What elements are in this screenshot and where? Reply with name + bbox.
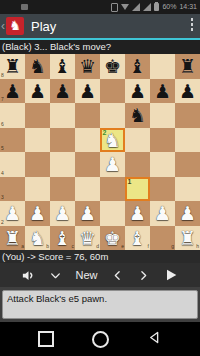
recents-square-icon[interactable] xyxy=(38,331,54,347)
rank-label: 5 xyxy=(1,145,4,151)
white-pawn: ♟ xyxy=(4,201,21,225)
black-rook: ♜ xyxy=(179,54,196,78)
move-prompt: (Black) 3... Black's move? xyxy=(0,40,200,54)
clock: 14:31 xyxy=(179,0,197,14)
square-h8[interactable]: ♜ xyxy=(175,54,200,79)
white-rook: ♜ xyxy=(4,226,21,250)
square-g7[interactable]: ♟ xyxy=(150,79,175,104)
black-pawn: ♟ xyxy=(79,79,96,103)
black-knight: ♞ xyxy=(129,103,146,127)
square-e7[interactable] xyxy=(100,79,125,104)
square-a6[interactable]: 6 xyxy=(0,103,25,128)
square-h5[interactable] xyxy=(175,128,200,153)
square-a7[interactable]: 7♟ xyxy=(0,79,25,104)
square-d6[interactable] xyxy=(75,103,100,128)
square-a1[interactable]: a♜ xyxy=(0,226,25,251)
phone-icon xyxy=(111,3,118,12)
rank-label: 6 xyxy=(1,121,4,127)
score-status: (You) -> Score = 76, 60m xyxy=(0,250,200,263)
white-bishop: ♝ xyxy=(54,226,71,250)
square-f3[interactable]: 1 xyxy=(125,177,150,202)
action-bar: ‹ ♞ Play xyxy=(0,14,200,40)
white-pawn: ♟ xyxy=(179,201,196,225)
black-king: ♚ xyxy=(104,54,121,78)
square-a8[interactable]: 8♜ xyxy=(0,54,25,79)
file-label: c xyxy=(72,243,75,249)
square-e2[interactable] xyxy=(100,201,125,226)
rank-label: 4 xyxy=(1,170,4,176)
square-c2[interactable]: ♟ xyxy=(50,201,75,226)
android-nav-bar xyxy=(0,322,200,356)
file-label: f xyxy=(148,243,149,249)
square-b1[interactable]: b♞ xyxy=(25,226,50,251)
overflow-menu-icon[interactable] xyxy=(191,18,194,31)
white-pawn: ♟ xyxy=(79,201,96,225)
square-g5[interactable] xyxy=(150,128,175,153)
chess-board: 8♜♞♝♛♚♝♜7♟♟♟♟♟♟♟6♞52♞4♟312♟♟♟♟♟♟♟a♜b♞c♝d… xyxy=(0,54,200,250)
file-label: h xyxy=(196,243,199,249)
square-c3[interactable] xyxy=(50,177,75,202)
square-d3[interactable] xyxy=(75,177,100,202)
notification-icon xyxy=(21,4,28,10)
white-knight: ♞ xyxy=(104,128,121,152)
square-f6[interactable]: ♞ xyxy=(125,103,150,128)
new-game-button[interactable]: New xyxy=(73,265,99,285)
toolbar: New xyxy=(0,263,200,287)
square-f1[interactable]: f♝ xyxy=(125,226,150,251)
square-d4[interactable] xyxy=(75,152,100,177)
white-bishop: ♝ xyxy=(129,226,146,250)
square-e8[interactable]: ♚ xyxy=(100,54,125,79)
square-b4[interactable] xyxy=(25,152,50,177)
square-d5[interactable] xyxy=(75,128,100,153)
white-pawn: ♟ xyxy=(29,201,46,225)
square-c6[interactable] xyxy=(50,103,75,128)
square-g6[interactable] xyxy=(150,103,175,128)
square-d2[interactable]: ♟ xyxy=(75,201,100,226)
white-rook: ♜ xyxy=(179,226,196,250)
square-b5[interactable] xyxy=(25,128,50,153)
square-h6[interactable] xyxy=(175,103,200,128)
square-g1[interactable]: g xyxy=(150,226,175,251)
white-queen: ♛ xyxy=(79,226,96,250)
square-g4[interactable] xyxy=(150,152,175,177)
square-h1[interactable]: h♜ xyxy=(175,226,200,251)
prev-move-button[interactable] xyxy=(109,265,126,285)
wifi-icon xyxy=(121,4,129,10)
white-pawn: ♟ xyxy=(104,152,121,176)
square-e4[interactable]: ♟ xyxy=(100,152,125,177)
file-label: b xyxy=(46,243,49,249)
black-pawn: ♟ xyxy=(179,79,196,103)
black-knight: ♞ xyxy=(29,54,46,78)
square-h3[interactable] xyxy=(175,177,200,202)
square-f7[interactable]: ♟ xyxy=(125,79,150,104)
square-d1[interactable]: d♛ xyxy=(75,226,100,251)
square-f5[interactable] xyxy=(125,128,150,153)
square-h2[interactable]: ♟ xyxy=(175,201,200,226)
play-button[interactable] xyxy=(161,265,181,285)
square-a2[interactable]: 2♟ xyxy=(0,201,25,226)
square-a5[interactable]: 5 xyxy=(0,128,25,153)
square-b3[interactable] xyxy=(25,177,50,202)
back-chevron-icon[interactable]: ‹ xyxy=(1,14,5,38)
file-label: a xyxy=(21,243,24,249)
cell-signal-icon xyxy=(132,3,140,11)
square-e1[interactable]: e♚ xyxy=(100,226,125,251)
black-rook: ♜ xyxy=(4,54,21,78)
black-bishop: ♝ xyxy=(54,54,71,78)
next-move-button[interactable] xyxy=(135,265,152,285)
cell-signal-icon xyxy=(143,3,151,11)
black-pawn: ♟ xyxy=(29,79,46,103)
white-pawn: ♟ xyxy=(129,201,146,225)
black-pawn: ♟ xyxy=(4,79,21,103)
square-a3[interactable]: 3 xyxy=(0,177,25,202)
square-e5[interactable]: 2♞ xyxy=(100,128,125,153)
chess-app-screen: 60% 14:31 ‹ ♞ Play (Black) 3... Black's … xyxy=(0,0,200,356)
rank-label: 3 xyxy=(1,194,4,200)
square-f2[interactable]: ♟ xyxy=(125,201,150,226)
black-pawn: ♟ xyxy=(129,79,146,103)
square-c8[interactable]: ♝ xyxy=(50,54,75,79)
square-g3[interactable] xyxy=(150,177,175,202)
square-d8[interactable]: ♛ xyxy=(75,54,100,79)
battery-percent: 60% xyxy=(162,0,176,14)
back-triangle-icon[interactable] xyxy=(147,330,162,349)
square-f4[interactable] xyxy=(125,152,150,177)
move-marker-1: 1 xyxy=(128,178,132,185)
square-b2[interactable]: ♟ xyxy=(25,201,50,226)
black-bishop: ♝ xyxy=(129,54,146,78)
square-b6[interactable] xyxy=(25,103,50,128)
square-c1[interactable]: c♝ xyxy=(50,226,75,251)
square-c5[interactable] xyxy=(50,128,75,153)
battery-icon xyxy=(154,3,159,11)
square-h7[interactable]: ♟ xyxy=(175,79,200,104)
square-c4[interactable] xyxy=(50,152,75,177)
file-label: g xyxy=(171,243,174,249)
black-queen: ♛ xyxy=(79,54,96,78)
home-circle-icon[interactable] xyxy=(92,331,109,348)
file-label: d xyxy=(96,243,99,249)
square-g2[interactable]: ♟ xyxy=(150,201,175,226)
square-g8[interactable] xyxy=(150,54,175,79)
square-e6[interactable] xyxy=(100,103,125,128)
hint-area: Attack Black's e5 pawn. xyxy=(0,287,200,322)
square-b7[interactable]: ♟ xyxy=(25,79,50,104)
chevron-down-button[interactable] xyxy=(47,265,64,285)
speaker-button[interactable] xyxy=(19,265,38,285)
file-label: e xyxy=(121,243,124,249)
white-knight: ♞ xyxy=(29,226,46,250)
app-logo-knight-icon[interactable]: ♞ xyxy=(6,17,24,35)
square-c7[interactable]: ♟ xyxy=(50,79,75,104)
black-pawn: ♟ xyxy=(54,79,71,103)
white-king: ♚ xyxy=(104,226,121,250)
black-pawn: ♟ xyxy=(154,79,171,103)
square-f8[interactable]: ♝ xyxy=(125,54,150,79)
square-e3[interactable] xyxy=(100,177,125,202)
android-status-bar: 60% 14:31 xyxy=(0,0,200,14)
square-d7[interactable]: ♟ xyxy=(75,79,100,104)
white-pawn: ♟ xyxy=(54,201,71,225)
square-b8[interactable]: ♞ xyxy=(25,54,50,79)
square-a4[interactable]: 4 xyxy=(0,152,25,177)
page-title: Play xyxy=(31,19,56,34)
hint-text: Attack Black's e5 pawn. xyxy=(2,290,198,319)
square-h4[interactable] xyxy=(175,152,200,177)
white-pawn: ♟ xyxy=(154,201,171,225)
